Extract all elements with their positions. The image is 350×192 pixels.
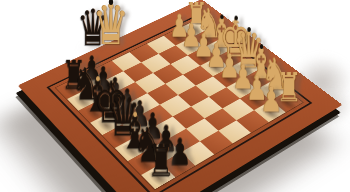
chess-set-photo-scene: ♜♞♝♚♛♝♞♜♟♟♟♟♟♟♟♟♟♟♟♟♟♟♟♟♜♞♝♚♛♝♞♜ ♛ ♛ (0, 0, 350, 192)
square-c3[interactable] (209, 87, 240, 108)
chess-board: ♜♞♝♚♛♝♞♜♟♟♟♟♟♟♟♟♟♟♟♟♟♟♟♟♜♞♝♚♛♝♞♜ (18, 0, 343, 192)
square-a8[interactable]: ♜ (141, 163, 175, 189)
square-d3[interactable] (196, 76, 227, 96)
extra-white-queen[interactable]: ♛ (93, 0, 129, 53)
